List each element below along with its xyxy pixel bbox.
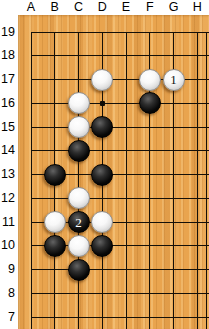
row-label-8: 8: [0, 286, 15, 300]
row-label-12: 12: [0, 191, 15, 205]
row-label-10: 10: [0, 238, 15, 252]
stone-move-number: 1: [170, 73, 177, 86]
column-label-D: D: [92, 0, 112, 14]
go-diagram: ABCDEFGH19181716151413121110987 12: [0, 0, 209, 329]
white-stone-C12[interactable]: [68, 187, 90, 209]
white-stone-C15[interactable]: [68, 116, 90, 138]
white-stone-G17[interactable]: 1: [163, 69, 185, 91]
row-label-7: 7: [0, 310, 15, 324]
column-label-B: B: [45, 0, 65, 14]
black-stone-D10[interactable]: [91, 235, 113, 257]
row-label-17: 17: [0, 72, 15, 86]
white-stone-D11[interactable]: [91, 211, 113, 233]
column-label-E: E: [116, 0, 136, 14]
black-stone-F16[interactable]: [139, 92, 161, 114]
column-label-F: F: [140, 0, 160, 14]
white-stone-F17[interactable]: [139, 69, 161, 91]
column-label-A: A: [21, 0, 41, 14]
black-stone-B13[interactable]: [44, 164, 66, 186]
column-label-G: G: [164, 0, 184, 14]
row-label-15: 15: [0, 120, 15, 134]
black-stone-C11[interactable]: 2: [68, 211, 90, 233]
black-stone-C14[interactable]: [68, 140, 90, 162]
row-label-14: 14: [0, 143, 15, 157]
white-stone-B11[interactable]: [44, 211, 66, 233]
row-label-19: 19: [0, 25, 15, 39]
column-label-C: C: [69, 0, 89, 14]
stone-move-number: 2: [75, 216, 82, 229]
black-stone-D13[interactable]: [91, 164, 113, 186]
row-label-9: 9: [0, 262, 15, 276]
stones-layer: 12: [19, 20, 209, 329]
row-label-13: 13: [0, 167, 15, 181]
black-stone-C9[interactable]: [68, 259, 90, 281]
row-label-11: 11: [0, 215, 15, 229]
black-stone-D15[interactable]: [91, 116, 113, 138]
white-stone-C16[interactable]: [68, 92, 90, 114]
row-label-16: 16: [0, 96, 15, 110]
white-stone-D17[interactable]: [91, 69, 113, 91]
black-stone-B10[interactable]: [44, 235, 66, 257]
column-label-H: H: [187, 0, 207, 14]
white-stone-C10[interactable]: [68, 235, 90, 257]
row-label-18: 18: [0, 48, 15, 62]
